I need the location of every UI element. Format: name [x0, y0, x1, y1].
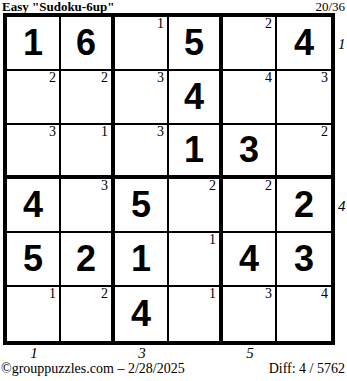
bottom-edge-label-col-3: 3: [132, 346, 152, 361]
corner-mark: 1: [49, 286, 56, 301]
cell-r3c1[interactable]: 3: [7, 125, 61, 179]
corner-mark: 1: [101, 124, 108, 139]
corner-mark: 2: [49, 70, 56, 85]
given-digit: 5: [115, 179, 167, 231]
cell-r6c2[interactable]: 2: [61, 287, 115, 341]
cell-r3c5[interactable]: 3: [223, 125, 277, 179]
cell-r6c3[interactable]: 4: [115, 287, 169, 341]
cell-r3c4[interactable]: 1: [169, 125, 223, 179]
cell-r4c6[interactable]: 2: [277, 179, 331, 233]
corner-mark: 3: [49, 124, 56, 139]
cell-r6c5[interactable]: 3: [223, 287, 277, 341]
given-digit: 5: [7, 233, 59, 285]
cell-r6c6[interactable]: 4: [277, 287, 331, 341]
corner-mark: 3: [265, 286, 272, 301]
corner-mark: 2: [321, 124, 328, 139]
cell-r1c2[interactable]: 6: [61, 17, 115, 71]
given-digit: 6: [61, 17, 111, 69]
given-digit: 1: [7, 17, 59, 69]
cell-r2c4[interactable]: 4: [169, 71, 223, 125]
cell-r1c1[interactable]: 1: [7, 17, 61, 71]
given-digit: 5: [169, 17, 219, 69]
cell-r4c4[interactable]: 2: [169, 179, 223, 233]
corner-mark: 4: [265, 70, 272, 85]
sudoku-board: 161524223443313132435222521143124134: [3, 13, 335, 345]
cell-r1c4[interactable]: 5: [169, 17, 223, 71]
cell-r4c1[interactable]: 4: [7, 179, 61, 233]
cell-r5c6[interactable]: 3: [277, 233, 331, 287]
cell-r4c3[interactable]: 5: [115, 179, 169, 233]
given-digit: 1: [115, 233, 167, 285]
corner-mark: 1: [209, 232, 216, 247]
right-edge-label-row-1: 1: [338, 36, 347, 52]
cell-r5c4[interactable]: 1: [169, 233, 223, 287]
cell-r6c1[interactable]: 1: [7, 287, 61, 341]
cell-r4c2[interactable]: 3: [61, 179, 115, 233]
difficulty-label: Diff: 4 / 5762: [269, 361, 345, 377]
given-digit: 4: [169, 71, 219, 123]
cell-r3c6[interactable]: 2: [277, 125, 331, 179]
corner-mark: 3: [101, 178, 108, 193]
cell-r5c5[interactable]: 4: [223, 233, 277, 287]
cell-r2c3[interactable]: 3: [115, 71, 169, 125]
corner-mark: 4: [321, 286, 328, 301]
puzzle-counter: 20/36: [315, 0, 345, 13]
corner-mark: 3: [157, 70, 164, 85]
copyright-date: ©grouppuzzles.com – 2/28/2025: [1, 361, 185, 377]
cell-r5c1[interactable]: 5: [7, 233, 61, 287]
corner-mark: 2: [265, 178, 272, 193]
cell-r3c3[interactable]: 3: [115, 125, 169, 179]
cell-r3c2[interactable]: 1: [61, 125, 115, 179]
given-digit: 1: [169, 125, 219, 175]
given-digit: 2: [61, 233, 111, 285]
bottom-edge-label-col-1: 1: [24, 346, 44, 361]
corner-mark: 1: [157, 16, 164, 31]
corner-mark: 1: [209, 286, 216, 301]
cell-r1c5[interactable]: 2: [223, 17, 277, 71]
corner-mark: 3: [157, 124, 164, 139]
cell-r5c3[interactable]: 1: [115, 233, 169, 287]
bottom-edge-label-col-5: 5: [240, 346, 260, 361]
given-digit: 3: [223, 125, 275, 175]
cell-r5c2[interactable]: 2: [61, 233, 115, 287]
corner-mark: 2: [265, 16, 272, 31]
cell-r1c6[interactable]: 4: [277, 17, 331, 71]
cell-r6c4[interactable]: 1: [169, 287, 223, 341]
given-digit: 2: [277, 179, 331, 231]
corner-mark: 2: [101, 286, 108, 301]
right-edge-label-row-4: 4: [338, 198, 347, 214]
cell-r4c5[interactable]: 2: [223, 179, 277, 233]
corner-mark: 2: [209, 178, 216, 193]
cell-r2c5[interactable]: 4: [223, 71, 277, 125]
cell-r2c2[interactable]: 2: [61, 71, 115, 125]
given-digit: 4: [277, 17, 331, 69]
corner-mark: 3: [321, 70, 328, 85]
puzzle-page: Easy "Sudoku-6up" 20/36 1615242234433131…: [0, 0, 347, 381]
given-digit: 4: [115, 287, 167, 341]
cell-r2c6[interactable]: 3: [277, 71, 331, 125]
given-digit: 3: [277, 233, 331, 285]
corner-mark: 2: [101, 70, 108, 85]
cell-r2c1[interactable]: 2: [7, 71, 61, 125]
page-title: Easy "Sudoku-6up": [2, 0, 114, 13]
cell-r1c3[interactable]: 1: [115, 17, 169, 71]
given-digit: 4: [7, 179, 59, 231]
given-digit: 4: [223, 233, 275, 285]
